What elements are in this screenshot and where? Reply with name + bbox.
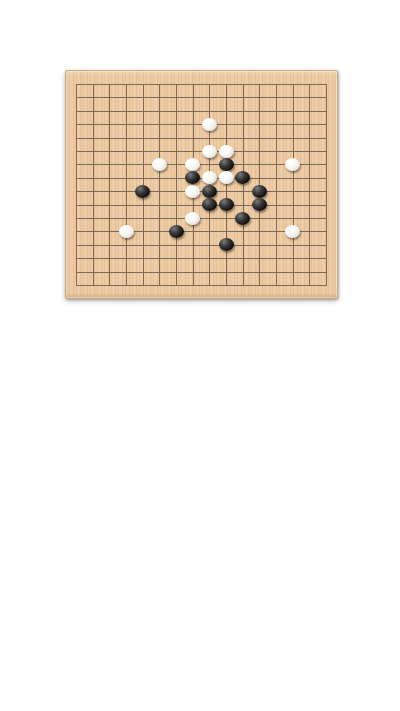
white-stone[interactable] [202, 118, 217, 131]
white-stone[interactable] [219, 145, 234, 158]
black-stone[interactable] [202, 185, 217, 198]
white-stone[interactable] [185, 185, 200, 198]
black-stone[interactable] [252, 198, 267, 211]
black-stone[interactable] [219, 198, 234, 211]
black-stone[interactable] [219, 158, 234, 171]
black-stone[interactable] [202, 198, 217, 211]
gomoku-board[interactable] [65, 70, 338, 299]
white-stone[interactable] [185, 158, 200, 171]
black-stone[interactable] [235, 171, 250, 184]
black-stone[interactable] [135, 185, 150, 198]
white-stone[interactable] [119, 225, 134, 238]
white-stone[interactable] [202, 171, 217, 184]
black-stone[interactable] [219, 238, 234, 251]
black-stone[interactable] [169, 225, 184, 238]
white-stone[interactable] [285, 225, 300, 238]
white-stone[interactable] [285, 158, 300, 171]
black-stone[interactable] [235, 212, 250, 225]
white-stone[interactable] [185, 212, 200, 225]
black-stone[interactable] [252, 185, 267, 198]
board-grid[interactable] [76, 84, 327, 286]
white-stone[interactable] [152, 158, 167, 171]
white-stone[interactable] [202, 145, 217, 158]
white-stone[interactable] [219, 171, 234, 184]
black-stone[interactable] [185, 171, 200, 184]
